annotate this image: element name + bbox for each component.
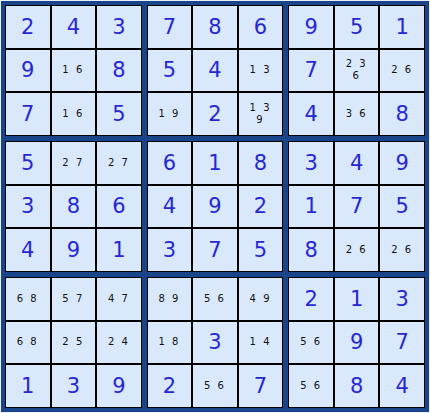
cell-r1c8[interactable]: 5 — [335, 6, 379, 48]
pencil-marks: 3 6 — [346, 108, 368, 120]
cell-value: 4 — [304, 102, 317, 126]
cell-r9c1[interactable]: 1 — [6, 365, 50, 407]
pencil-line: 1 6 — [62, 108, 84, 120]
box-2-1: 52 72 7386491 — [5, 141, 142, 272]
cell-value: 6 — [112, 194, 125, 218]
cell-r8c8[interactable]: 9 — [335, 322, 379, 364]
cell-value: 2 — [304, 287, 317, 311]
pencil-line: 5 6 — [204, 293, 226, 305]
cell-r6c4[interactable]: 3 — [148, 229, 192, 271]
cell-r4c5[interactable]: 1 — [193, 142, 237, 184]
box-3-2: 8 95 64 91 831 425 67 — [147, 277, 284, 408]
pencil-line: 6 8 — [17, 293, 39, 305]
cell-value: 3 — [112, 15, 125, 39]
cell-r8c5[interactable]: 3 — [193, 322, 237, 364]
pencil-line: 1 8 — [158, 336, 180, 348]
cell-value: 7 — [21, 102, 34, 126]
cell-value: 1 — [350, 287, 363, 311]
pencil-marks: 5 6 — [300, 336, 322, 348]
cell-r2c9[interactable]: 2 6 — [380, 50, 424, 92]
pencil-marks: 1 9 — [158, 108, 180, 120]
cell-value: 1 — [21, 374, 34, 398]
pencil-line: 5 6 — [300, 380, 322, 392]
pencil-line: 1 3 — [250, 64, 272, 76]
cell-value: 5 — [21, 151, 34, 175]
cell-value: 4 — [67, 15, 80, 39]
cell-value: 3 — [304, 151, 317, 175]
cell-value: 9 — [112, 374, 125, 398]
cell-value: 2 — [254, 194, 267, 218]
cell-r6c7[interactable]: 8 — [289, 229, 333, 271]
cell-r1c7[interactable]: 9 — [289, 6, 333, 48]
cell-r3c2[interactable]: 1 6 — [52, 93, 96, 135]
pencil-line: 5 6 — [204, 380, 226, 392]
cell-r5c6[interactable]: 2 — [239, 186, 283, 228]
pencil-line: 5 6 — [300, 336, 322, 348]
cell-r1c6[interactable]: 6 — [239, 6, 283, 48]
cell-r1c3[interactable]: 3 — [97, 6, 141, 48]
cell-r7c9[interactable]: 3 — [380, 278, 424, 320]
cell-value: 7 — [254, 374, 267, 398]
pencil-line: 2 3 — [346, 58, 368, 70]
cell-r5c4[interactable]: 4 — [148, 186, 192, 228]
cell-value: 7 — [350, 194, 363, 218]
cell-value: 9 — [21, 58, 34, 82]
cell-value: 9 — [208, 194, 221, 218]
cell-r3c1[interactable]: 7 — [6, 93, 50, 135]
cell-value: 5 — [254, 238, 267, 262]
cell-r2c8[interactable]: 2 36 — [335, 50, 379, 92]
cell-value: 1 — [396, 15, 409, 39]
cell-r4c9[interactable]: 9 — [380, 142, 424, 184]
cell-value: 3 — [396, 287, 409, 311]
cell-value: 6 — [254, 15, 267, 39]
cell-r1c9[interactable]: 1 — [380, 6, 424, 48]
pencil-marks: 2 6 — [391, 244, 413, 256]
cell-value: 3 — [163, 238, 176, 262]
cell-r6c1[interactable]: 4 — [6, 229, 50, 271]
pencil-marks: 6 8 — [17, 336, 39, 348]
box-1-1: 24391 6871 65 — [5, 5, 142, 136]
cell-r7c1[interactable]: 6 8 — [6, 278, 50, 320]
cell-value: 9 — [350, 330, 363, 354]
cell-r2c3[interactable]: 8 — [97, 50, 141, 92]
pencil-line: 1 3 — [250, 102, 272, 114]
pencil-line: 6 8 — [17, 336, 39, 348]
cell-r7c3[interactable]: 4 7 — [97, 278, 141, 320]
cell-r4c7[interactable]: 3 — [289, 142, 333, 184]
pencil-line: 4 7 — [108, 293, 130, 305]
cell-r9c8[interactable]: 8 — [335, 365, 379, 407]
box-2-2: 618492375 — [147, 141, 284, 272]
cell-r5c2[interactable]: 8 — [52, 186, 96, 228]
cell-r3c7[interactable]: 4 — [289, 93, 333, 135]
cell-r6c5[interactable]: 7 — [193, 229, 237, 271]
cell-r7c6[interactable]: 4 9 — [239, 278, 283, 320]
cell-r6c8[interactable]: 2 6 — [335, 229, 379, 271]
cell-value: 9 — [67, 238, 80, 262]
box-3-1: 6 85 74 76 82 52 4139 — [5, 277, 142, 408]
cell-value: 8 — [254, 151, 267, 175]
cell-value: 8 — [350, 374, 363, 398]
cell-r2c4[interactable]: 5 — [148, 50, 192, 92]
cell-r4c1[interactable]: 5 — [6, 142, 50, 184]
cell-r5c1[interactable]: 3 — [6, 186, 50, 228]
pencil-line: 2 6 — [391, 64, 413, 76]
cell-value: 9 — [396, 151, 409, 175]
cell-value: 1 — [304, 194, 317, 218]
cell-r5c8[interactable]: 7 — [335, 186, 379, 228]
cell-r9c7[interactable]: 5 6 — [289, 365, 333, 407]
cell-value: 2 — [208, 102, 221, 126]
pencil-marks: 1 3 — [250, 64, 272, 76]
cell-r8c6[interactable]: 1 4 — [239, 322, 283, 364]
cell-r2c2[interactable]: 1 6 — [52, 50, 96, 92]
pencil-marks: 5 6 — [300, 380, 322, 392]
cell-r6c6[interactable]: 5 — [239, 229, 283, 271]
pencil-marks: 5 6 — [204, 293, 226, 305]
cell-r6c2[interactable]: 9 — [52, 229, 96, 271]
box-1-3: 95172 362 643 68 — [288, 5, 425, 136]
pencil-line: 2 7 — [108, 157, 130, 169]
box-2-3: 34917582 62 6 — [288, 141, 425, 272]
pencil-line: 2 6 — [346, 244, 368, 256]
pencil-marks: 1 6 — [62, 108, 84, 120]
cell-r3c4[interactable]: 1 9 — [148, 93, 192, 135]
pencil-line: 2 6 — [391, 244, 413, 256]
cell-r2c5[interactable]: 4 — [193, 50, 237, 92]
pencil-line: 4 9 — [250, 293, 272, 305]
cell-r9c3[interactable]: 9 — [97, 365, 141, 407]
pencil-marks: 1 6 — [62, 64, 84, 76]
pencil-line: 8 9 — [158, 293, 180, 305]
pencil-line: 1 6 — [62, 64, 84, 76]
cell-r8c9[interactable]: 7 — [380, 322, 424, 364]
pencil-marks: 8 9 — [158, 293, 180, 305]
cell-r7c5[interactable]: 5 6 — [193, 278, 237, 320]
cell-r7c7[interactable]: 2 — [289, 278, 333, 320]
cell-r6c3[interactable]: 1 — [97, 229, 141, 271]
box-3-3: 2135 6975 684 — [288, 277, 425, 408]
cell-r4c3[interactable]: 2 7 — [97, 142, 141, 184]
cell-value: 8 — [208, 15, 221, 39]
cell-value: 8 — [304, 238, 317, 262]
cell-r9c6[interactable]: 7 — [239, 365, 283, 407]
cell-r1c2[interactable]: 4 — [52, 6, 96, 48]
pencil-line: 6 — [346, 70, 368, 82]
pencil-marks: 4 7 — [108, 293, 130, 305]
cell-value: 3 — [67, 374, 80, 398]
cell-r3c9[interactable]: 8 — [380, 93, 424, 135]
cell-r7c8[interactable]: 1 — [335, 278, 379, 320]
cell-r8c7[interactable]: 5 6 — [289, 322, 333, 364]
cell-r5c3[interactable]: 6 — [97, 186, 141, 228]
cell-value: 2 — [163, 374, 176, 398]
pencil-line: 2 4 — [108, 336, 130, 348]
cell-r2c6[interactable]: 1 3 — [239, 50, 283, 92]
cell-value: 8 — [67, 194, 80, 218]
cell-r7c2[interactable]: 5 7 — [52, 278, 96, 320]
pencil-marks: 2 5 — [62, 336, 84, 348]
pencil-marks: 1 4 — [250, 336, 272, 348]
cell-r4c4[interactable]: 6 — [148, 142, 192, 184]
cell-value: 6 — [163, 151, 176, 175]
cell-r4c8[interactable]: 4 — [335, 142, 379, 184]
pencil-marks: 2 6 — [346, 244, 368, 256]
cell-r5c9[interactable]: 5 — [380, 186, 424, 228]
pencil-marks: 5 6 — [204, 380, 226, 392]
cell-r3c3[interactable]: 5 — [97, 93, 141, 135]
cell-value: 7 — [396, 330, 409, 354]
cell-r6c9[interactable]: 2 6 — [380, 229, 424, 271]
cell-value: 7 — [163, 15, 176, 39]
pencil-marks: 2 36 — [346, 58, 368, 82]
cell-r3c6[interactable]: 1 39 — [239, 93, 283, 135]
cell-r9c9[interactable]: 4 — [380, 365, 424, 407]
cell-r8c3[interactable]: 2 4 — [97, 322, 141, 364]
cell-r4c6[interactable]: 8 — [239, 142, 283, 184]
cell-value: 8 — [112, 58, 125, 82]
cell-r5c7[interactable]: 1 — [289, 186, 333, 228]
cell-value: 2 — [21, 15, 34, 39]
cell-r2c7[interactable]: 7 — [289, 50, 333, 92]
pencil-marks: 2 7 — [108, 157, 130, 169]
pencil-marks: 6 8 — [17, 293, 39, 305]
cell-r1c5[interactable]: 8 — [193, 6, 237, 48]
pencil-marks: 1 8 — [158, 336, 180, 348]
pencil-line: 2 7 — [62, 157, 84, 169]
cell-value: 3 — [21, 194, 34, 218]
pencil-line: 1 9 — [158, 108, 180, 120]
cell-r2c1[interactable]: 9 — [6, 50, 50, 92]
pencil-marks: 2 4 — [108, 336, 130, 348]
cell-r7c4[interactable]: 8 9 — [148, 278, 192, 320]
cell-value: 5 — [396, 194, 409, 218]
cell-value: 4 — [396, 374, 409, 398]
cell-value: 5 — [163, 58, 176, 82]
cell-r8c4[interactable]: 1 8 — [148, 322, 192, 364]
pencil-line: 5 7 — [62, 293, 84, 305]
cell-r1c1[interactable]: 2 — [6, 6, 50, 48]
cell-r8c1[interactable]: 6 8 — [6, 322, 50, 364]
pencil-marks: 5 7 — [62, 293, 84, 305]
pencil-line: 3 6 — [346, 108, 368, 120]
cell-value: 4 — [163, 194, 176, 218]
cell-value: 4 — [21, 238, 34, 262]
pencil-line: 1 4 — [250, 336, 272, 348]
cell-value: 7 — [304, 58, 317, 82]
sudoku-board: 24391 6871 65786541 31 921 3995172 362 6… — [0, 0, 430, 413]
pencil-marks: 4 9 — [250, 293, 272, 305]
cell-r4c2[interactable]: 2 7 — [52, 142, 96, 184]
cell-value: 5 — [350, 15, 363, 39]
pencil-line: 2 5 — [62, 336, 84, 348]
pencil-marks: 2 7 — [62, 157, 84, 169]
cell-value: 1 — [112, 238, 125, 262]
cell-r3c5[interactable]: 2 — [193, 93, 237, 135]
cell-value: 4 — [208, 58, 221, 82]
cell-value: 9 — [304, 15, 317, 39]
cell-r5c5[interactable]: 9 — [193, 186, 237, 228]
cell-r3c8[interactable]: 3 6 — [335, 93, 379, 135]
pencil-line: 9 — [250, 114, 272, 126]
cell-value: 3 — [208, 330, 221, 354]
cell-r8c2[interactable]: 2 5 — [52, 322, 96, 364]
pencil-marks: 1 39 — [250, 102, 272, 126]
cell-value: 8 — [396, 102, 409, 126]
cell-r9c2[interactable]: 3 — [52, 365, 96, 407]
cell-r1c4[interactable]: 7 — [148, 6, 192, 48]
cell-value: 7 — [208, 238, 221, 262]
cell-value: 4 — [350, 151, 363, 175]
cell-r9c5[interactable]: 5 6 — [193, 365, 237, 407]
pencil-marks: 2 6 — [391, 64, 413, 76]
box-1-2: 786541 31 921 39 — [147, 5, 284, 136]
cell-value: 5 — [112, 102, 125, 126]
cell-value: 1 — [208, 151, 221, 175]
cell-r9c4[interactable]: 2 — [148, 365, 192, 407]
